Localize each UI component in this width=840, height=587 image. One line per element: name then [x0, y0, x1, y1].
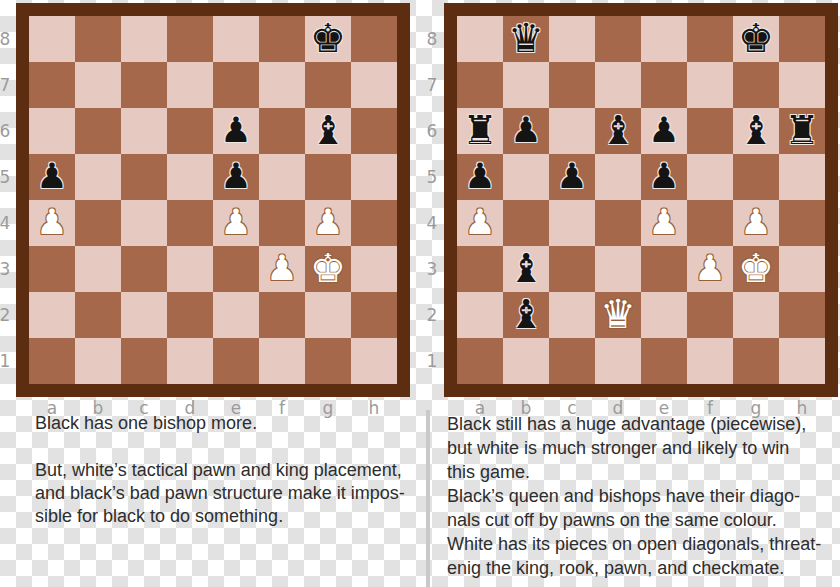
piece-black-pawn: ♟: [648, 153, 679, 199]
square-d2: ♛: [595, 292, 641, 338]
square-g1: [733, 338, 779, 384]
square-b4: [503, 200, 549, 246]
piece-white-pawn: ♟: [312, 199, 343, 245]
square-d6: [167, 108, 213, 154]
square-c7: [121, 62, 167, 108]
square-f5: [259, 154, 305, 200]
square-b4: [75, 200, 121, 246]
rank-label-8: 8: [0, 16, 13, 62]
rank-label-3: 3: [424, 246, 440, 292]
square-g6: ♝: [305, 108, 351, 154]
rank-label-4: 4: [424, 200, 440, 246]
square-e8: [213, 16, 259, 62]
square-d5: [595, 154, 641, 200]
square-e3: [213, 246, 259, 292]
square-h3: [351, 246, 397, 292]
square-b7: [75, 62, 121, 108]
square-g4: ♟: [305, 200, 351, 246]
square-b7: [503, 62, 549, 108]
square-a4: ♟: [29, 200, 75, 246]
square-d2: [167, 292, 213, 338]
square-b1: [503, 338, 549, 384]
square-e7: [213, 62, 259, 108]
piece-white-pawn: ♟: [694, 245, 725, 291]
piece-black-bishop: ♝: [600, 107, 636, 153]
piece-white-king: ♚: [310, 245, 346, 291]
piece-white-queen: ♛: [600, 291, 636, 337]
square-e6: ♟: [641, 108, 687, 154]
square-h2: [351, 292, 397, 338]
piece-white-pawn: ♟: [220, 199, 251, 245]
square-d7: [595, 62, 641, 108]
square-e4: ♟: [641, 200, 687, 246]
piece-black-rook: ♜: [462, 107, 498, 153]
square-e8: [641, 16, 687, 62]
square-h5: [351, 154, 397, 200]
caption-line: and black’s bad pawn structure make it i…: [35, 482, 405, 505]
square-f6: [687, 108, 733, 154]
piece-black-pawn: ♟: [648, 107, 679, 153]
piece-white-king: ♚: [738, 245, 774, 291]
caption-left-board: Black has one bishop more. But, white’s …: [35, 412, 405, 528]
square-c6: [549, 108, 595, 154]
square-e2: [213, 292, 259, 338]
piece-black-pawn: ♟: [220, 107, 251, 153]
square-b2: ♝: [503, 292, 549, 338]
square-c5: ♟: [549, 154, 595, 200]
square-a1: [457, 338, 503, 384]
square-a7: [457, 62, 503, 108]
square-h3: [779, 246, 825, 292]
square-a2: [457, 292, 503, 338]
square-b3: ♝: [503, 246, 549, 292]
square-b6: [75, 108, 121, 154]
square-c2: [121, 292, 167, 338]
square-f1: [687, 338, 733, 384]
caption-line: this game.: [447, 460, 821, 484]
square-d6: ♝: [595, 108, 641, 154]
square-a2: [29, 292, 75, 338]
chess-diagram-page: 87654321 ♚♟♝♟♟♟♟♟♟♚ abcdefgh 87654321 ♛♚…: [0, 0, 840, 587]
square-h1: [779, 338, 825, 384]
square-b8: [75, 16, 121, 62]
square-f4: [687, 200, 733, 246]
piece-black-king: ♚: [738, 15, 774, 61]
square-c1: [549, 338, 595, 384]
square-h6: ♜: [779, 108, 825, 154]
square-d3: [595, 246, 641, 292]
square-g4: ♟: [733, 200, 779, 246]
square-h4: [779, 200, 825, 246]
chess-board-right: ♛♚♜♟♝♟♝♜♟♟♟♟♟♟♝♟♚♝♛: [444, 3, 838, 397]
caption-line: sible for black to do something.: [35, 505, 405, 528]
square-a6: [29, 108, 75, 154]
rank-label-8: 8: [424, 16, 440, 62]
caption-line: Black still has a huge advantage (piecew…: [447, 412, 821, 436]
rank-labels-right-board: 87654321: [424, 16, 440, 384]
square-g2: [305, 292, 351, 338]
square-a8: [29, 16, 75, 62]
square-d4: [595, 200, 641, 246]
square-b2: [75, 292, 121, 338]
square-c7: [549, 62, 595, 108]
square-b5: [75, 154, 121, 200]
square-e1: [641, 338, 687, 384]
square-e5: ♟: [213, 154, 259, 200]
square-d3: [167, 246, 213, 292]
square-h7: [351, 62, 397, 108]
square-b5: [503, 154, 549, 200]
square-a3: [29, 246, 75, 292]
rank-label-2: 2: [424, 292, 440, 338]
square-g5: [733, 154, 779, 200]
square-a4: ♟: [457, 200, 503, 246]
caption-line: enig the king, rook, pawn, and checkmate…: [447, 556, 821, 580]
rank-label-6: 6: [0, 108, 13, 154]
caption-line: but white is much stronger and likely to…: [447, 436, 821, 460]
piece-black-pawn: ♟: [464, 153, 495, 199]
piece-black-pawn: ♟: [220, 153, 251, 199]
piece-white-pawn: ♟: [648, 199, 679, 245]
rank-label-7: 7: [424, 62, 440, 108]
rank-label-1: 1: [424, 338, 440, 384]
square-c5: [121, 154, 167, 200]
square-f6: [259, 108, 305, 154]
square-b6: ♟: [503, 108, 549, 154]
caption-line: nals cut off by pawns on the same colour…: [447, 508, 821, 532]
square-g1: [305, 338, 351, 384]
piece-black-king: ♚: [310, 15, 346, 61]
square-a8: [457, 16, 503, 62]
rank-label-4: 4: [0, 200, 13, 246]
square-e5: ♟: [641, 154, 687, 200]
square-d8: [167, 16, 213, 62]
square-e4: ♟: [213, 200, 259, 246]
square-d1: [167, 338, 213, 384]
square-g7: [733, 62, 779, 108]
square-g6: ♝: [733, 108, 779, 154]
rank-label-3: 3: [0, 246, 13, 292]
square-f3: ♟: [687, 246, 733, 292]
square-f8: [687, 16, 733, 62]
square-e6: ♟: [213, 108, 259, 154]
caption-line: But, white’s tactical pawn and king plac…: [35, 459, 405, 482]
square-g5: [305, 154, 351, 200]
square-f3: ♟: [259, 246, 305, 292]
piece-black-queen: ♛: [508, 15, 544, 61]
piece-white-bishop: ♝: [508, 245, 544, 291]
piece-white-pawn: ♟: [36, 199, 67, 245]
square-a6: ♜: [457, 108, 503, 154]
column-divider: [426, 410, 430, 587]
square-c4: [121, 200, 167, 246]
square-f5: [687, 154, 733, 200]
square-c8: [549, 16, 595, 62]
square-g2: [733, 292, 779, 338]
square-g8: ♚: [305, 16, 351, 62]
piece-white-pawn: ♟: [464, 199, 495, 245]
square-h4: [351, 200, 397, 246]
piece-white-pawn: ♟: [740, 199, 771, 245]
square-h8: [351, 16, 397, 62]
piece-black-pawn: ♟: [36, 153, 67, 199]
piece-black-pawn: ♟: [556, 153, 587, 199]
square-c8: [121, 16, 167, 62]
caption-right-board: Black still has a huge advantage (piecew…: [447, 412, 821, 580]
square-c6: [121, 108, 167, 154]
square-e7: [641, 62, 687, 108]
piece-black-bishop: ♝: [310, 107, 346, 153]
square-f2: [259, 292, 305, 338]
rank-label-7: 7: [0, 62, 13, 108]
square-h6: [351, 108, 397, 154]
square-c2: [549, 292, 595, 338]
square-d5: [167, 154, 213, 200]
square-d4: [167, 200, 213, 246]
square-e1: [213, 338, 259, 384]
square-h7: [779, 62, 825, 108]
square-d8: [595, 16, 641, 62]
square-b8: ♛: [503, 16, 549, 62]
square-b3: [75, 246, 121, 292]
square-h1: [351, 338, 397, 384]
rank-label-2: 2: [0, 292, 13, 338]
caption-line: Black has one bishop more.: [35, 412, 405, 435]
rank-label-1: 1: [0, 338, 13, 384]
piece-black-pawn: ♟: [510, 107, 541, 153]
square-a1: [29, 338, 75, 384]
piece-black-rook: ♜: [784, 107, 820, 153]
caption-line: White has its pieces on open diagonals, …: [447, 532, 821, 556]
rank-label-5: 5: [0, 154, 13, 200]
square-f8: [259, 16, 305, 62]
piece-white-pawn: ♟: [266, 245, 297, 291]
square-a7: [29, 62, 75, 108]
square-g3: ♚: [733, 246, 779, 292]
rank-labels-left-board: 87654321: [0, 16, 13, 384]
square-f4: [259, 200, 305, 246]
square-a3: [457, 246, 503, 292]
rank-label-6: 6: [424, 108, 440, 154]
rank-label-5: 5: [424, 154, 440, 200]
piece-white-bishop: ♝: [508, 291, 544, 337]
square-a5: ♟: [457, 154, 503, 200]
square-f1: [259, 338, 305, 384]
square-d7: [167, 62, 213, 108]
square-c4: [549, 200, 595, 246]
square-c3: [549, 246, 595, 292]
square-e2: [641, 292, 687, 338]
square-c3: [121, 246, 167, 292]
square-d1: [595, 338, 641, 384]
square-b1: [75, 338, 121, 384]
square-g8: ♚: [733, 16, 779, 62]
square-h8: [779, 16, 825, 62]
square-a5: ♟: [29, 154, 75, 200]
square-h5: [779, 154, 825, 200]
square-f2: [687, 292, 733, 338]
square-e3: [641, 246, 687, 292]
square-f7: [687, 62, 733, 108]
chess-board-left: ♚♟♝♟♟♟♟♟♟♚: [16, 3, 410, 397]
piece-black-bishop: ♝: [738, 107, 774, 153]
square-g7: [305, 62, 351, 108]
caption-line: Black’s queen and bishops have their dia…: [447, 484, 821, 508]
square-f7: [259, 62, 305, 108]
square-g3: ♚: [305, 246, 351, 292]
square-c1: [121, 338, 167, 384]
square-h2: [779, 292, 825, 338]
